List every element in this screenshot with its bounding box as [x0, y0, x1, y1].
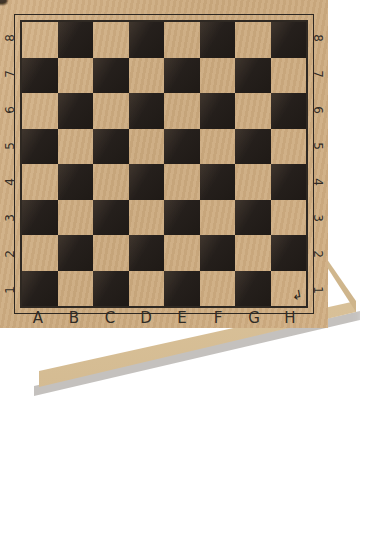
chessboard-photo: ABCDEFGH1122334455667788↲ ♜♞♝♛♚♝♞♜♟♟♟♟♟♟…	[0, 0, 366, 549]
piece-white-rook-h1: ♜	[0, 0, 6, 2]
pieces-layer: ♜♞♝♛♚♝♞♜♟♟♟♟♟♟♟♟♟♟♟♟♟♟♟♟♜♞♝♛♚♝♞♜	[0, 0, 366, 549]
